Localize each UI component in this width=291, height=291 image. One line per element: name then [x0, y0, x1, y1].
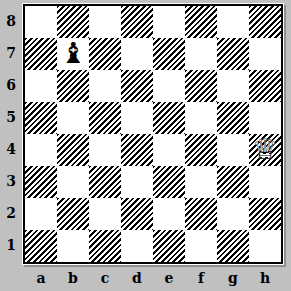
- rank-label-3: 3: [0, 166, 22, 198]
- square-f5[interactable]: [185, 102, 217, 134]
- white-queen-glyph: ♕: [249, 134, 281, 166]
- square-d2[interactable]: [121, 198, 153, 230]
- square-a8[interactable]: [25, 6, 57, 38]
- file-label-b: b: [57, 265, 89, 289]
- square-b7[interactable]: ♝: [57, 38, 89, 70]
- square-c4[interactable]: [89, 134, 121, 166]
- square-e2[interactable]: [153, 198, 185, 230]
- square-b6[interactable]: [57, 70, 89, 102]
- square-a1[interactable]: [25, 230, 57, 262]
- file-label-g: g: [217, 265, 249, 289]
- file-label-a: a: [25, 265, 57, 289]
- square-c7[interactable]: [89, 38, 121, 70]
- square-b4[interactable]: [57, 134, 89, 166]
- file-label-e: e: [153, 265, 185, 289]
- square-g3[interactable]: [217, 166, 249, 198]
- square-c2[interactable]: [89, 198, 121, 230]
- file-label-c: c: [89, 265, 121, 289]
- square-e7[interactable]: [153, 38, 185, 70]
- square-b2[interactable]: [57, 198, 89, 230]
- square-b3[interactable]: [57, 166, 89, 198]
- square-f2[interactable]: [185, 198, 217, 230]
- square-e1[interactable]: [153, 230, 185, 262]
- rank-label-5: 5: [0, 102, 22, 134]
- square-b1[interactable]: [57, 230, 89, 262]
- file-label-d: d: [121, 265, 153, 289]
- rank-labels: 8 7 6 5 4 3 2 1: [0, 6, 22, 262]
- rank-label-2: 2: [0, 198, 22, 230]
- square-d5[interactable]: [121, 102, 153, 134]
- square-f8[interactable]: [185, 6, 217, 38]
- black-bishop[interactable]: ♝: [57, 38, 89, 70]
- square-a2[interactable]: [25, 198, 57, 230]
- square-f6[interactable]: [185, 70, 217, 102]
- square-a4[interactable]: [25, 134, 57, 166]
- square-f4[interactable]: [185, 134, 217, 166]
- square-a6[interactable]: [25, 70, 57, 102]
- square-g6[interactable]: [217, 70, 249, 102]
- square-c8[interactable]: [89, 6, 121, 38]
- square-d1[interactable]: [121, 230, 153, 262]
- square-e8[interactable]: [153, 6, 185, 38]
- chess-diagram: 8 7 6 5 4 3 2 1 ♝♛♕ a b c d e f g h: [0, 0, 291, 291]
- square-c5[interactable]: [89, 102, 121, 134]
- square-c6[interactable]: [89, 70, 121, 102]
- square-d3[interactable]: [121, 166, 153, 198]
- square-d8[interactable]: [121, 6, 153, 38]
- square-h5[interactable]: [249, 102, 281, 134]
- rank-label-8: 8: [0, 6, 22, 38]
- square-c3[interactable]: [89, 166, 121, 198]
- square-e3[interactable]: [153, 166, 185, 198]
- square-g8[interactable]: [217, 6, 249, 38]
- square-f7[interactable]: [185, 38, 217, 70]
- file-labels: a b c d e f g h: [25, 265, 281, 289]
- black-bishop-glyph: ♝: [57, 38, 89, 70]
- square-a7[interactable]: [25, 38, 57, 70]
- square-h3[interactable]: [249, 166, 281, 198]
- rank-label-7: 7: [0, 38, 22, 70]
- square-a5[interactable]: [25, 102, 57, 134]
- rank-label-6: 6: [0, 70, 22, 102]
- square-h7[interactable]: [249, 38, 281, 70]
- rank-label-4: 4: [0, 134, 22, 166]
- square-h6[interactable]: [249, 70, 281, 102]
- square-c1[interactable]: [89, 230, 121, 262]
- board-frame: ♝♛♕: [22, 3, 284, 265]
- square-e6[interactable]: [153, 70, 185, 102]
- square-g4[interactable]: [217, 134, 249, 166]
- square-g2[interactable]: [217, 198, 249, 230]
- square-h4[interactable]: ♛♕: [249, 134, 281, 166]
- square-a3[interactable]: [25, 166, 57, 198]
- square-f3[interactable]: [185, 166, 217, 198]
- file-label-f: f: [185, 265, 217, 289]
- square-g7[interactable]: [217, 38, 249, 70]
- square-g5[interactable]: [217, 102, 249, 134]
- white-queen[interactable]: ♛♕: [249, 134, 281, 166]
- rank-label-1: 1: [0, 230, 22, 262]
- square-e4[interactable]: [153, 134, 185, 166]
- square-d7[interactable]: [121, 38, 153, 70]
- square-b8[interactable]: [57, 6, 89, 38]
- square-d6[interactable]: [121, 70, 153, 102]
- square-d4[interactable]: [121, 134, 153, 166]
- square-g1[interactable]: [217, 230, 249, 262]
- square-h1[interactable]: [249, 230, 281, 262]
- square-b5[interactable]: [57, 102, 89, 134]
- square-f1[interactable]: [185, 230, 217, 262]
- square-e5[interactable]: [153, 102, 185, 134]
- chess-board[interactable]: ♝♛♕: [23, 4, 283, 264]
- square-h2[interactable]: [249, 198, 281, 230]
- square-h8[interactable]: [249, 6, 281, 38]
- file-label-h: h: [249, 265, 281, 289]
